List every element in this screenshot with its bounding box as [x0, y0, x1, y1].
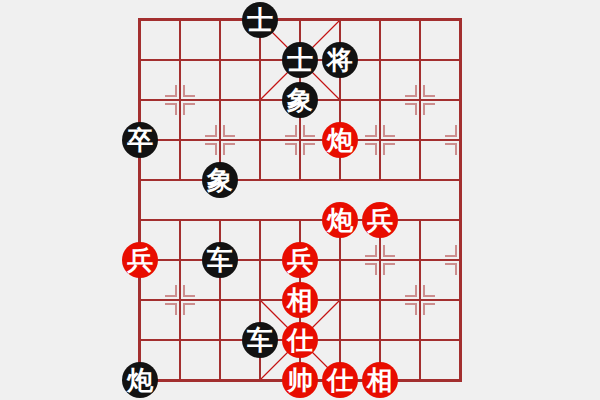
point-marker-corner: [303, 143, 315, 155]
point-marker-corner: [365, 125, 377, 137]
point-marker-corner: [423, 85, 435, 97]
point-marker-corner: [183, 85, 195, 97]
point-marker-corner: [445, 143, 457, 155]
point-marker-corner: [405, 85, 417, 97]
point-marker: [365, 125, 395, 155]
point-marker-corner: [405, 103, 417, 115]
point-marker-corner: [285, 143, 297, 155]
point-marker-corner: [383, 263, 395, 275]
point-marker-corner: [405, 303, 417, 315]
point-marker: [405, 285, 435, 315]
point-marker-corner: [165, 103, 177, 115]
point-marker-corner: [205, 143, 217, 155]
red-cannon[interactable]: 炮: [322, 202, 358, 238]
xiangqi-app-screen: 士士将象卒炮象炮兵兵车兵相车仕炮帅仕相: [0, 0, 600, 400]
point-marker-corner: [383, 125, 395, 137]
point-marker: [165, 85, 195, 115]
point-marker-corner: [365, 143, 377, 155]
black-chariot[interactable]: 车: [242, 322, 278, 358]
red-advisor[interactable]: 仕: [322, 362, 358, 398]
black-elephant[interactable]: 象: [202, 162, 238, 198]
black-soldier[interactable]: 卒: [122, 122, 158, 158]
point-marker-corner: [183, 285, 195, 297]
black-cannon[interactable]: 炮: [122, 362, 158, 398]
grid-line-file-top: [379, 20, 381, 181]
black-chariot[interactable]: 车: [202, 242, 238, 278]
point-marker-corner: [423, 303, 435, 315]
point-marker-corner: [165, 85, 177, 97]
point-marker-corner: [183, 103, 195, 115]
red-elephant[interactable]: 相: [282, 282, 318, 318]
point-marker-corner: [165, 285, 177, 297]
red-general[interactable]: 帅: [282, 362, 318, 398]
black-general[interactable]: 将: [322, 42, 358, 78]
point-marker-corner: [423, 103, 435, 115]
point-marker-corner: [303, 125, 315, 137]
point-marker-corner: [405, 285, 417, 297]
red-soldier[interactable]: 兵: [282, 242, 318, 278]
point-marker-corner: [383, 143, 395, 155]
point-marker-corner: [365, 245, 377, 257]
point-marker-corner: [445, 263, 457, 275]
grid-line-file-top: [259, 20, 261, 181]
xiangqi-board[interactable]: 士士将象卒炮象炮兵兵车兵相车仕炮帅仕相: [140, 20, 460, 380]
point-marker-corner: [445, 125, 457, 137]
grid-line-file-bottom: [339, 219, 341, 380]
point-marker-corner: [423, 285, 435, 297]
red-cannon[interactable]: 炮: [322, 122, 358, 158]
point-marker: [205, 125, 235, 155]
point-marker-corner: [205, 125, 217, 137]
red-elephant[interactable]: 相: [362, 362, 398, 398]
point-marker: [445, 125, 475, 155]
red-advisor[interactable]: 仕: [282, 322, 318, 358]
red-soldier[interactable]: 兵: [122, 242, 158, 278]
point-marker: [365, 245, 395, 275]
point-marker-corner: [285, 125, 297, 137]
black-advisor[interactable]: 士: [242, 2, 278, 38]
black-elephant[interactable]: 象: [282, 82, 318, 118]
point-marker-corner: [183, 303, 195, 315]
point-marker-corner: [445, 245, 457, 257]
point-marker: [405, 85, 435, 115]
point-marker: [165, 285, 195, 315]
black-advisor[interactable]: 士: [282, 42, 318, 78]
point-marker-corner: [223, 125, 235, 137]
point-marker-corner: [383, 245, 395, 257]
point-marker-corner: [165, 303, 177, 315]
point-marker: [285, 125, 315, 155]
grid-line-file-top: [219, 20, 221, 181]
point-marker-corner: [223, 143, 235, 155]
red-soldier[interactable]: 兵: [362, 202, 398, 238]
grid-line-file-bottom: [379, 219, 381, 380]
point-marker-corner: [365, 263, 377, 275]
point-marker: [445, 245, 475, 275]
